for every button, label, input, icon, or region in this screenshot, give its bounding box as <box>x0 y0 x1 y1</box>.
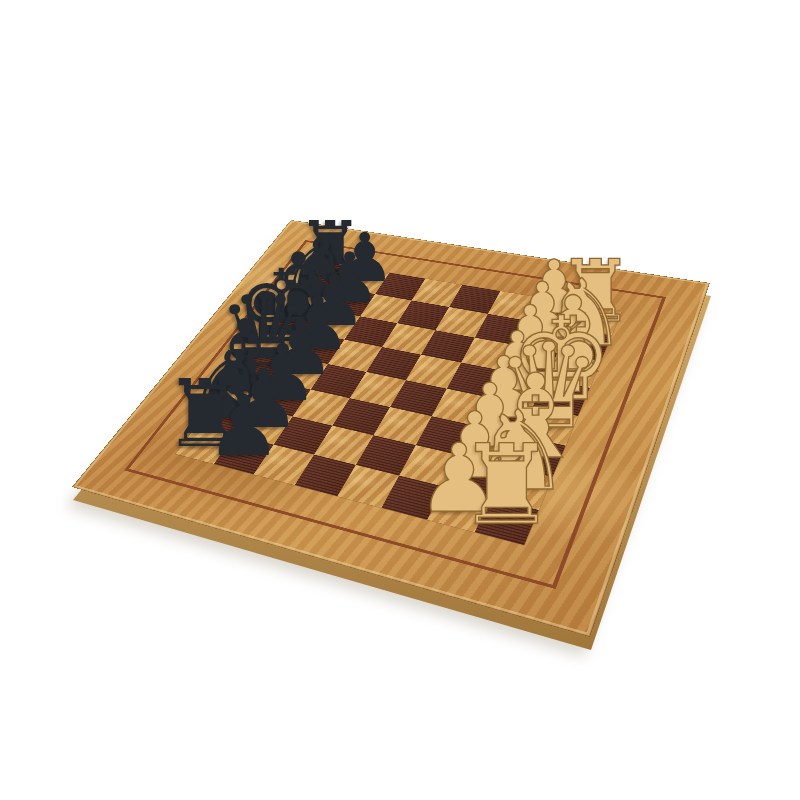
product-photo-stage: ♜♟♞♟♟♝♜♟♟♚♞♟♟♛♝♟♟♝♚♟♟♞♟♛♜♟♟♝♟♞♟♜ <box>0 0 800 800</box>
